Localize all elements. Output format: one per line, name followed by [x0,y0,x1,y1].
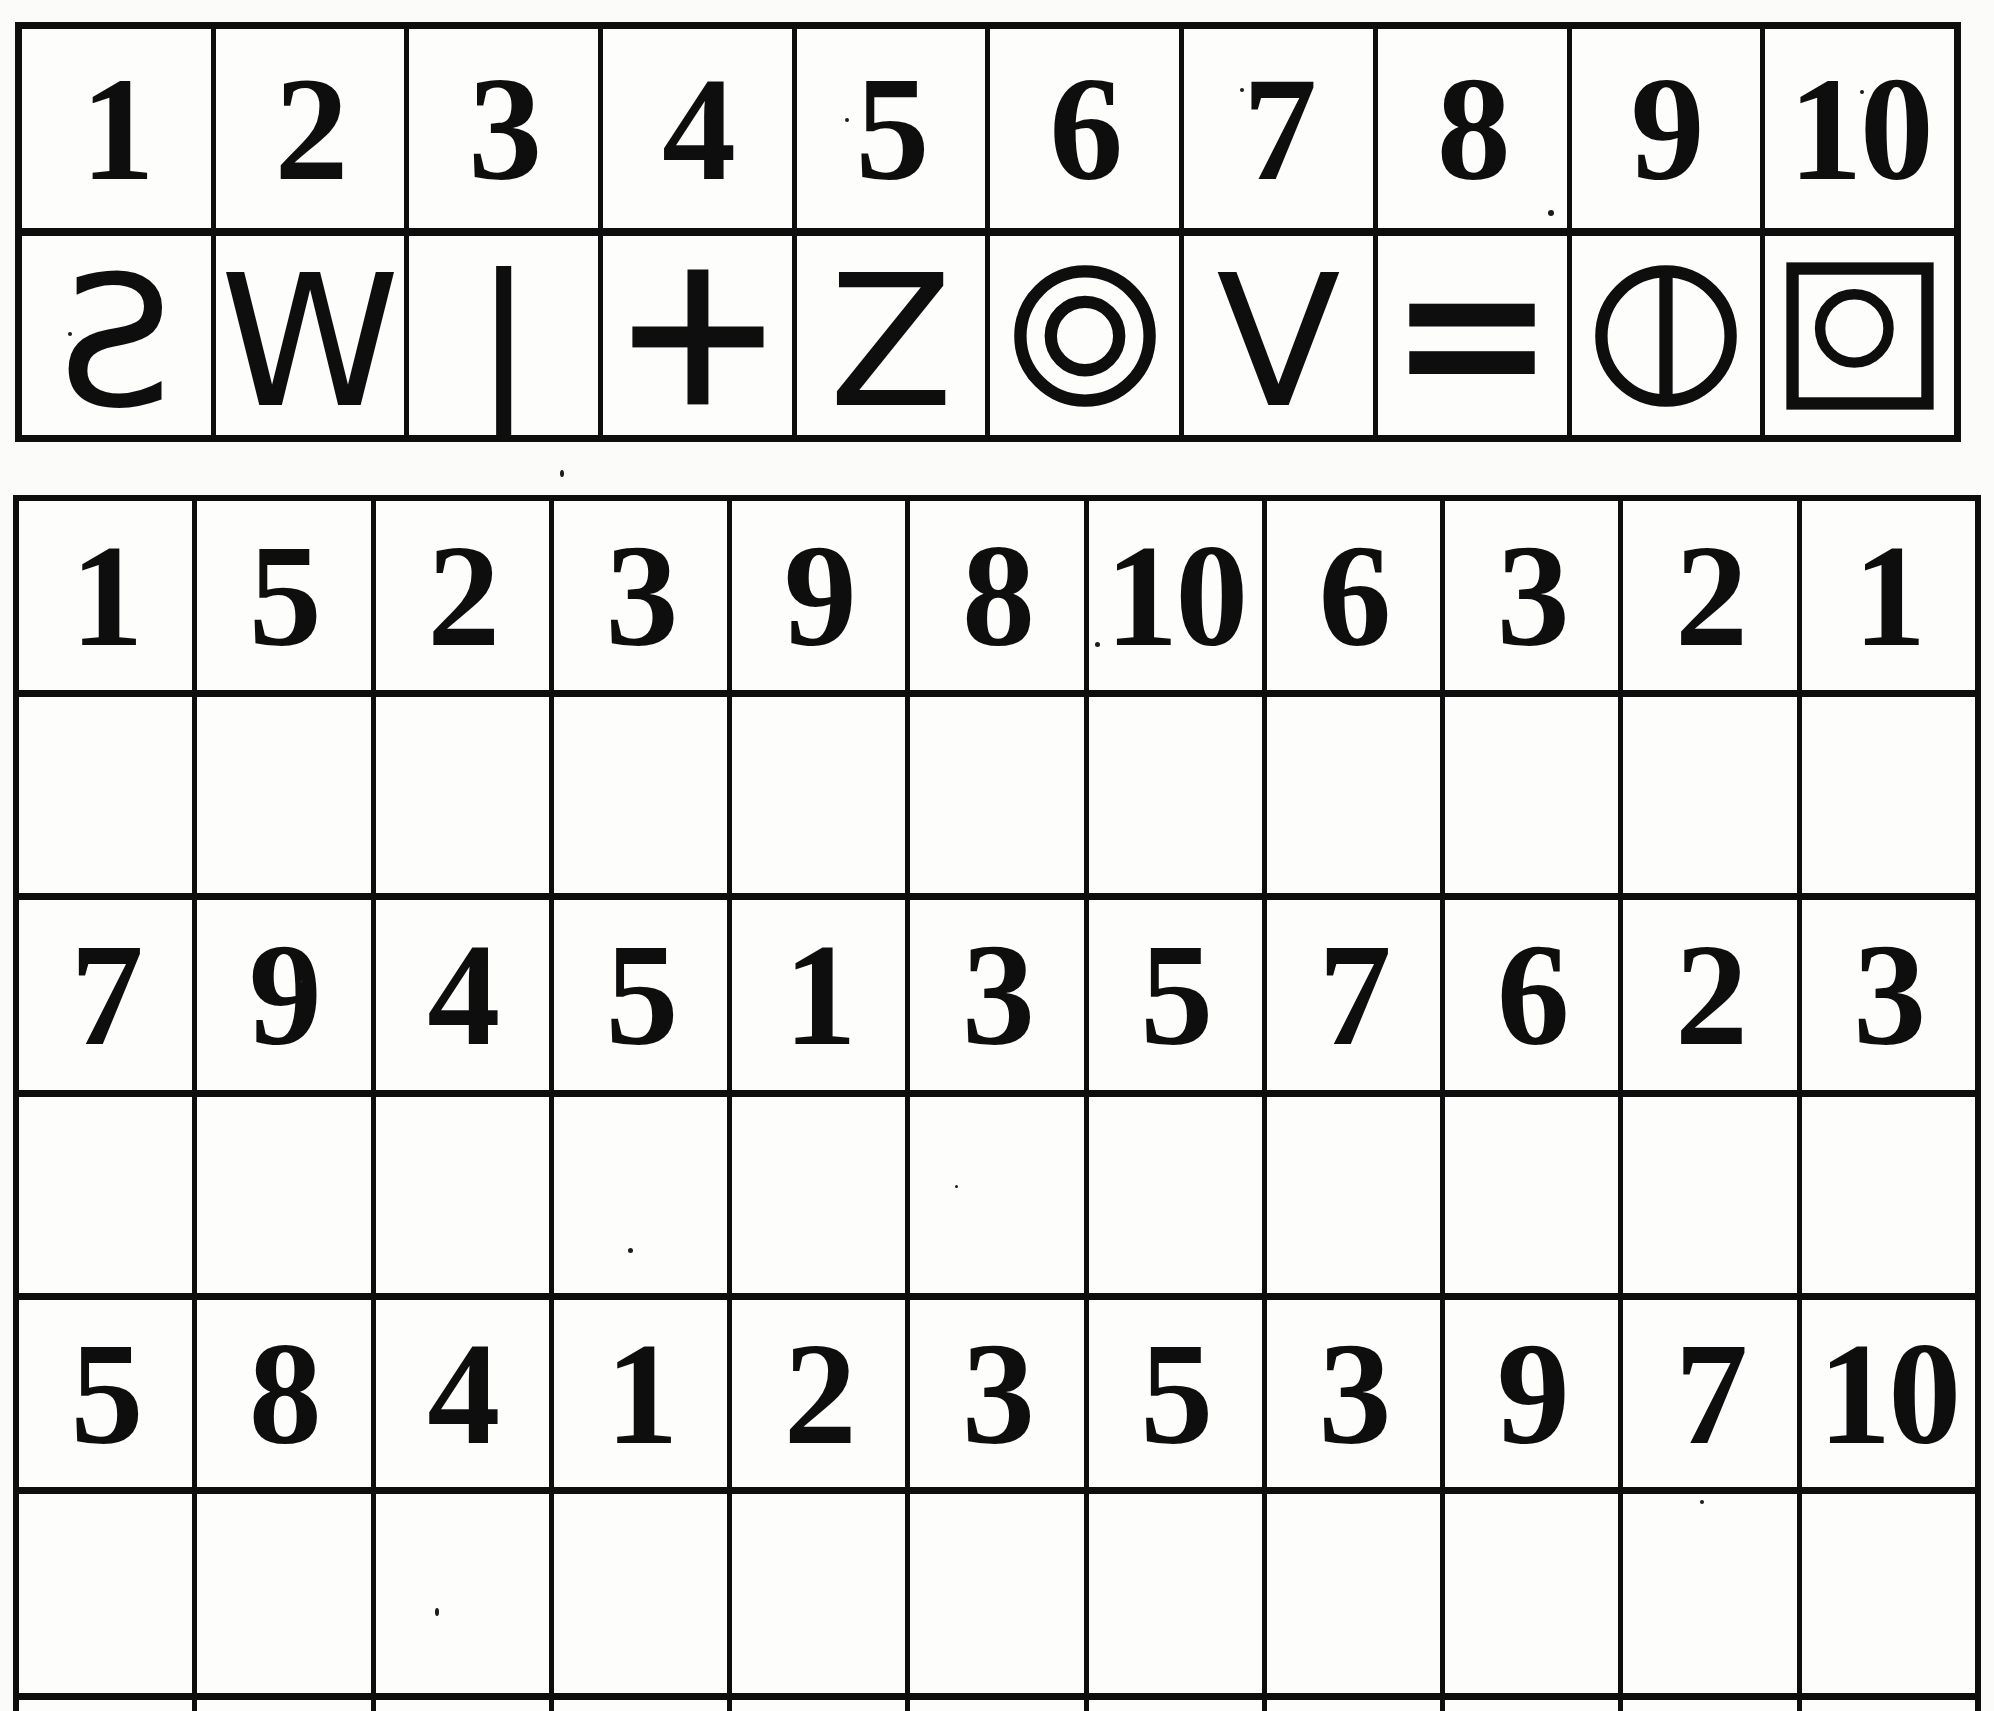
key-number-cell: 6 [990,29,1179,228]
answer-cell[interactable] [1445,1494,1618,1693]
task-grid: 1 5 2 3 9 8 10 6 3 2 1 7 9 4 5 1 3 5 7 6… [13,495,1981,1711]
task-number: 2 [427,523,497,669]
scan-speck [560,470,564,477]
key-symbol-cell [990,236,1179,435]
answer-cell[interactable] [910,697,1083,893]
task-number: 5 [71,1321,141,1467]
answer-cell[interactable] [1623,1494,1796,1693]
answer-cell[interactable] [1267,1700,1440,1711]
scan-speck [68,332,72,336]
task-number-cell: 9 [732,501,905,690]
answer-cell[interactable] [1623,1700,1796,1711]
task-number: 7 [1675,1321,1745,1467]
key-number: 7 [1243,55,1314,203]
task-number-cell: 5 [554,900,727,1090]
key-symbol-cell: | [409,236,598,435]
key-number: 6 [1049,55,1120,203]
task-number: 3 [1853,922,1923,1068]
task-number: 4 [427,922,497,1068]
answer-cell[interactable] [376,1700,549,1711]
task-number-cell: 9 [197,900,370,1090]
key-number-cell: 4 [603,29,792,228]
vertical-bar-icon: | [473,239,534,433]
key-number-cell: 1 [22,29,211,228]
task-number-cell: 2 [376,501,549,690]
task-number: 5 [1140,1321,1210,1467]
key-symbol-cell: Ƨ [22,236,211,435]
task-number-cell: 4 [376,1300,549,1487]
answer-cell[interactable] [197,1700,370,1711]
answer-cell[interactable] [910,1097,1083,1293]
plus-icon [617,260,777,412]
task-number-cell: 3 [910,1300,1083,1487]
scan-speck [300,980,303,983]
key-symbol-cell [603,236,792,435]
task-number: 10 [1105,523,1245,669]
task-number: 5 [1140,922,1210,1068]
task-number-cell: 2 [1623,501,1796,690]
circle-in-square-icon [1780,260,1940,412]
circle-vertical-line-icon [1586,260,1746,412]
task-number-cell: 3 [1802,900,1975,1090]
task-number-cell: 7 [1623,1300,1796,1487]
task-number-cell: 5 [197,501,370,690]
key-symbol-cell: V [1184,236,1373,435]
task-number-cell: 3 [1445,501,1618,690]
task-number: 2 [1675,922,1745,1068]
key-symbol-cell [1572,236,1761,435]
task-number: 3 [1497,523,1567,669]
key-number: 9 [1630,55,1701,203]
key-number-cell: 2 [216,29,405,228]
key-number: 5 [856,55,927,203]
answer-cell[interactable] [376,697,549,893]
task-number-cell: 6 [1445,900,1618,1090]
answer-cell[interactable] [910,1494,1083,1693]
scan-speck [1548,210,1554,216]
answer-cell[interactable] [1089,1494,1262,1693]
letter-z-icon: Z [829,239,954,433]
task-number-cell: 5 [1089,900,1262,1090]
letter-v-icon: V [1216,239,1341,433]
reversed-s-icon: Ƨ [59,239,175,433]
task-number: 8 [249,1321,319,1467]
task-number: 3 [1318,1321,1388,1467]
task-number-cell: 1 [732,900,905,1090]
key-symbol-cell: Z [797,236,986,435]
task-number-cell: 2 [1623,900,1796,1090]
scan-speck [1240,88,1244,92]
task-number: 5 [605,922,675,1068]
task-number-cell: 4 [376,900,549,1090]
key-number: 8 [1437,55,1508,203]
answer-cell[interactable] [197,697,370,893]
task-number-cell: 1 [554,1300,727,1487]
key-symbol-cell [1765,236,1954,435]
answer-cell[interactable] [376,1097,549,1293]
task-number-cell: 1 [1802,501,1975,690]
key-number-cell: 7 [1184,29,1373,228]
task-number: 1 [71,523,141,669]
answer-cell[interactable] [1089,1700,1262,1711]
task-number: 6 [1318,523,1388,669]
task-number-cell: 8 [910,501,1083,690]
task-number: 1 [605,1321,675,1467]
answer-cell[interactable] [554,697,727,893]
scan-speck [1860,90,1864,94]
task-number: 2 [784,1321,854,1467]
answer-cell[interactable] [732,1097,905,1293]
task-number: 3 [962,922,1032,1068]
task-number: 9 [249,922,319,1068]
task-number: 3 [605,523,675,669]
answer-cell[interactable] [1089,697,1262,893]
task-number-cell: 3 [910,900,1083,1090]
answer-cell[interactable] [1267,1097,1440,1293]
answer-cell[interactable] [1802,1700,1975,1711]
key-number: 1 [81,55,152,203]
task-number: 4 [427,1321,497,1467]
answer-cell[interactable] [1802,697,1975,893]
key-number-cell: 10 [1765,29,1954,228]
task-number-cell: 2 [732,1300,905,1487]
task-number: 6 [1497,922,1567,1068]
task-number: 9 [1497,1321,1567,1467]
task-number-cell: 7 [19,900,192,1090]
task-number: 7 [1318,922,1388,1068]
answer-cell[interactable] [1802,1494,1975,1693]
answer-cell[interactable] [1267,1494,1440,1693]
answer-cell[interactable] [19,697,192,893]
task-number-cell: 3 [554,501,727,690]
answer-cell[interactable] [554,1700,727,1711]
task-number: 5 [249,523,319,669]
task-number: 10 [1818,1321,1958,1467]
answer-cell[interactable] [1445,1097,1618,1293]
key-number-cell: 3 [409,29,598,228]
task-number-cell: 5 [19,1300,192,1487]
task-number-cell: 9 [1445,1300,1618,1487]
key-number-cell: 9 [1572,29,1761,228]
answer-cell[interactable] [1623,1097,1796,1293]
answer-cell[interactable] [910,1700,1083,1711]
task-number: 1 [1853,523,1923,669]
answer-cell[interactable] [19,1700,192,1711]
answer-cell[interactable] [732,1494,905,1693]
key-number-cell: 8 [1378,29,1567,228]
answer-cell[interactable] [732,697,905,893]
key-number: 3 [468,55,539,203]
answer-cell[interactable] [1445,1700,1618,1711]
scan-speck [1095,642,1100,647]
scan-speck [435,1608,439,1616]
key-symbol-cell [1378,236,1567,435]
answer-cell[interactable] [1445,697,1618,893]
task-number: 7 [71,922,141,1068]
task-number-cell: 7 [1267,900,1440,1090]
key-number: 10 [1789,55,1931,203]
double-circle-icon [1005,260,1165,412]
task-number-cell: 10 [1802,1300,1975,1487]
scan-speck [1700,1500,1704,1504]
task-number: 2 [1675,523,1745,669]
answer-cell[interactable] [1267,697,1440,893]
task-number: 8 [962,523,1032,669]
answer-cell[interactable] [19,1097,192,1293]
task-number: 9 [784,523,854,669]
answer-cell[interactable] [1089,1097,1262,1293]
scan-speck [955,1185,958,1188]
task-number-cell: 6 [1267,501,1440,690]
task-number: 3 [962,1321,1032,1467]
scanned-test-sheet: 1 2 3 4 5 6 7 8 9 10 Ƨ W | Z [0,0,1994,1711]
task-number-cell: 10 [1089,501,1262,690]
answer-cell[interactable] [376,1494,549,1693]
answer-cell[interactable] [732,1700,905,1711]
answer-cell[interactable] [197,1494,370,1693]
letter-w-icon: W [220,239,400,433]
answer-cell[interactable] [1623,697,1796,893]
scan-speck [628,1248,633,1253]
key-number-cell: 5 [797,29,986,228]
task-number-cell: 8 [197,1300,370,1487]
scan-speck [845,118,849,122]
key-number: 2 [275,55,346,203]
symbol-key-table: 1 2 3 4 5 6 7 8 9 10 Ƨ W | Z [15,22,1961,442]
answer-cell[interactable] [19,1494,192,1693]
answer-cell[interactable] [554,1494,727,1693]
key-symbol-cell: W [216,236,405,435]
answer-cell[interactable] [1802,1097,1975,1293]
equals-icon [1392,260,1552,412]
task-number-cell: 5 [1089,1300,1262,1487]
answer-cell[interactable] [554,1097,727,1293]
key-number: 4 [662,55,733,203]
task-number-cell: 1 [19,501,192,690]
answer-cell[interactable] [197,1097,370,1293]
task-number: 1 [784,922,854,1068]
task-number-cell: 3 [1267,1300,1440,1487]
